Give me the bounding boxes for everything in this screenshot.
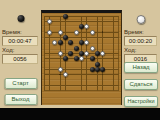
white-stone	[47, 30, 52, 35]
white-stone-icon	[137, 15, 146, 24]
white-stone	[90, 46, 95, 51]
black-stone	[95, 51, 100, 56]
black-stone	[90, 67, 95, 72]
black-stone	[95, 67, 100, 72]
black-stone-icon	[17, 15, 24, 22]
back-button[interactable]: Назад	[124, 62, 158, 73]
gomoku-app: Время: 00:00:47 Ход: 0056 Старт Выход Вр…	[0, 0, 160, 120]
resign-button[interactable]: Сдаться	[124, 79, 158, 90]
white-stone	[84, 24, 89, 29]
black-stone	[100, 67, 105, 72]
board[interactable]	[41, 10, 122, 105]
white-stone	[52, 40, 57, 45]
black-time-label: Время:	[2, 29, 22, 35]
black-stone	[58, 40, 63, 45]
black-stone	[74, 56, 79, 61]
black-stone	[63, 35, 68, 40]
black-stone	[68, 51, 73, 56]
white-move-label: Ход:	[124, 47, 136, 53]
white-time-value: 00:00:20	[124, 36, 157, 46]
bottom-bar	[0, 108, 160, 120]
board-grid[interactable]	[44, 16, 119, 91]
white-stone	[47, 19, 52, 24]
black-stone	[95, 62, 100, 67]
white-stone	[63, 72, 68, 77]
white-player-panel: Время: 00:00:20 Ход: 0016 Назад Сдаться …	[122, 0, 160, 108]
white-stone	[84, 51, 89, 56]
start-button[interactable]: Старт	[4, 78, 37, 89]
exit-button[interactable]: Выход	[4, 94, 37, 105]
white-stone	[58, 51, 63, 56]
black-stone	[63, 14, 68, 19]
white-stone	[79, 56, 84, 61]
black-stone	[74, 46, 79, 51]
black-move-value: 0056	[2, 54, 38, 64]
black-time-value: 00:00:47	[2, 36, 38, 46]
white-stone	[84, 40, 89, 45]
white-stone	[74, 30, 79, 35]
black-stone	[79, 40, 84, 45]
white-time-label: Время:	[124, 29, 144, 35]
black-stone	[79, 51, 84, 56]
star-point	[59, 74, 61, 76]
black-move-label: Ход:	[2, 47, 14, 53]
settings-button[interactable]: Настройки	[124, 96, 158, 107]
black-stone	[79, 24, 84, 29]
white-stone	[58, 30, 63, 35]
white-stone	[90, 30, 95, 35]
star-point	[102, 74, 104, 76]
black-stone	[68, 40, 73, 45]
white-stone	[100, 51, 105, 56]
star-point	[102, 31, 104, 33]
black-player-panel: Время: 00:00:47 Ход: 0056 Старт Выход	[0, 0, 41, 108]
white-stone	[58, 67, 63, 72]
black-stone	[63, 56, 68, 61]
black-stone	[90, 56, 95, 61]
